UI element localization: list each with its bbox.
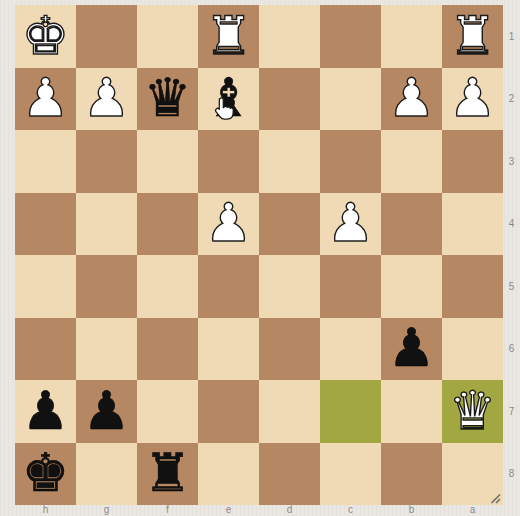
piece-white-pawn[interactable]: ♟ bbox=[449, 71, 497, 124]
square-c2[interactable] bbox=[320, 68, 381, 131]
file-label-a: a bbox=[442, 504, 503, 516]
square-d4[interactable] bbox=[259, 193, 320, 256]
piece-white-rook[interactable]: ♜ bbox=[205, 9, 253, 62]
square-f2[interactable]: ♛ bbox=[137, 68, 198, 131]
square-f4[interactable] bbox=[137, 193, 198, 256]
rank-coordinates: 12345678 bbox=[503, 5, 520, 505]
square-c1[interactable] bbox=[320, 5, 381, 68]
square-c8[interactable] bbox=[320, 443, 381, 506]
square-h5[interactable] bbox=[15, 255, 76, 318]
rank-label-2: 2 bbox=[503, 68, 520, 131]
square-b8[interactable] bbox=[381, 443, 442, 506]
file-label-h: h bbox=[15, 504, 76, 516]
square-g5[interactable] bbox=[76, 255, 137, 318]
square-c5[interactable] bbox=[320, 255, 381, 318]
square-e3[interactable] bbox=[198, 130, 259, 193]
file-label-f: f bbox=[137, 504, 198, 516]
square-e8[interactable] bbox=[198, 443, 259, 506]
square-h1[interactable]: ♚ bbox=[15, 5, 76, 68]
square-h4[interactable] bbox=[15, 193, 76, 256]
piece-black-queen[interactable]: ♛ bbox=[144, 71, 192, 124]
square-g8[interactable] bbox=[76, 443, 137, 506]
square-a1[interactable]: ♜ bbox=[442, 5, 503, 68]
square-b1[interactable] bbox=[381, 5, 442, 68]
square-a5[interactable] bbox=[442, 255, 503, 318]
square-f7[interactable] bbox=[137, 380, 198, 443]
square-h6[interactable] bbox=[15, 318, 76, 381]
piece-black-king[interactable]: ♚ bbox=[22, 446, 70, 499]
chess-board: ♚♜♜♟♟♛♝♟♟♟♟♟♟♟♛♚♜ bbox=[15, 5, 503, 505]
piece-black-pawn[interactable]: ♟ bbox=[22, 384, 70, 437]
square-g3[interactable] bbox=[76, 130, 137, 193]
rank-label-4: 4 bbox=[503, 193, 520, 256]
square-e5[interactable] bbox=[198, 255, 259, 318]
file-label-d: d bbox=[259, 504, 320, 516]
square-e6[interactable] bbox=[198, 318, 259, 381]
file-label-g: g bbox=[76, 504, 137, 516]
square-h3[interactable] bbox=[15, 130, 76, 193]
piece-white-pawn[interactable]: ♟ bbox=[388, 71, 436, 124]
piece-white-rook[interactable]: ♜ bbox=[449, 9, 497, 62]
square-d1[interactable] bbox=[259, 5, 320, 68]
square-d6[interactable] bbox=[259, 318, 320, 381]
rank-label-8: 8 bbox=[503, 443, 520, 506]
piece-black-bishop[interactable]: ♝ bbox=[205, 71, 253, 124]
square-c6[interactable] bbox=[320, 318, 381, 381]
file-label-b: b bbox=[381, 504, 442, 516]
square-h7[interactable]: ♟ bbox=[15, 380, 76, 443]
square-e1[interactable]: ♜ bbox=[198, 5, 259, 68]
square-b4[interactable] bbox=[381, 193, 442, 256]
chess-board-page: ♚♜♜♟♟♛♝♟♟♟♟♟♟♟♛♚♜ 12345678 hgfedcba bbox=[0, 0, 520, 516]
square-f5[interactable] bbox=[137, 255, 198, 318]
square-f3[interactable] bbox=[137, 130, 198, 193]
square-c4[interactable]: ♟ bbox=[320, 193, 381, 256]
piece-white-queen[interactable]: ♛ bbox=[449, 384, 497, 437]
square-d3[interactable] bbox=[259, 130, 320, 193]
square-h2[interactable]: ♟ bbox=[15, 68, 76, 131]
piece-black-rook[interactable]: ♜ bbox=[144, 446, 192, 499]
resize-grip-icon bbox=[489, 492, 502, 505]
square-e2[interactable]: ♝ bbox=[198, 68, 259, 131]
square-e7[interactable] bbox=[198, 380, 259, 443]
rank-label-6: 6 bbox=[503, 318, 520, 381]
square-b2[interactable]: ♟ bbox=[381, 68, 442, 131]
piece-white-pawn[interactable]: ♟ bbox=[327, 196, 375, 249]
square-c7[interactable] bbox=[320, 380, 381, 443]
square-b7[interactable] bbox=[381, 380, 442, 443]
square-a4[interactable] bbox=[442, 193, 503, 256]
square-f6[interactable] bbox=[137, 318, 198, 381]
piece-black-pawn[interactable]: ♟ bbox=[388, 321, 436, 374]
square-a6[interactable] bbox=[442, 318, 503, 381]
rank-label-3: 3 bbox=[503, 130, 520, 193]
square-h8[interactable]: ♚ bbox=[15, 443, 76, 506]
square-f8[interactable]: ♜ bbox=[137, 443, 198, 506]
square-g7[interactable]: ♟ bbox=[76, 380, 137, 443]
file-label-e: e bbox=[198, 504, 259, 516]
square-d2[interactable] bbox=[259, 68, 320, 131]
square-c3[interactable] bbox=[320, 130, 381, 193]
board-resize-handle[interactable] bbox=[489, 491, 502, 504]
square-a3[interactable] bbox=[442, 130, 503, 193]
square-d5[interactable] bbox=[259, 255, 320, 318]
square-e4[interactable]: ♟ bbox=[198, 193, 259, 256]
square-a2[interactable]: ♟ bbox=[442, 68, 503, 131]
square-b6[interactable]: ♟ bbox=[381, 318, 442, 381]
piece-white-pawn[interactable]: ♟ bbox=[83, 71, 131, 124]
square-f1[interactable] bbox=[137, 5, 198, 68]
rank-label-1: 1 bbox=[503, 5, 520, 68]
square-g4[interactable] bbox=[76, 193, 137, 256]
square-d8[interactable] bbox=[259, 443, 320, 506]
piece-black-pawn[interactable]: ♟ bbox=[83, 384, 131, 437]
file-label-c: c bbox=[320, 504, 381, 516]
square-b3[interactable] bbox=[381, 130, 442, 193]
piece-white-king[interactable]: ♚ bbox=[22, 9, 70, 62]
rank-label-7: 7 bbox=[503, 380, 520, 443]
square-g1[interactable] bbox=[76, 5, 137, 68]
file-coordinates: hgfedcba bbox=[15, 504, 503, 516]
square-g6[interactable] bbox=[76, 318, 137, 381]
square-g2[interactable]: ♟ bbox=[76, 68, 137, 131]
square-a7[interactable]: ♛ bbox=[442, 380, 503, 443]
square-b5[interactable] bbox=[381, 255, 442, 318]
square-d7[interactable] bbox=[259, 380, 320, 443]
rank-label-5: 5 bbox=[503, 255, 520, 318]
piece-white-pawn[interactable]: ♟ bbox=[205, 196, 253, 249]
piece-white-pawn[interactable]: ♟ bbox=[22, 71, 70, 124]
